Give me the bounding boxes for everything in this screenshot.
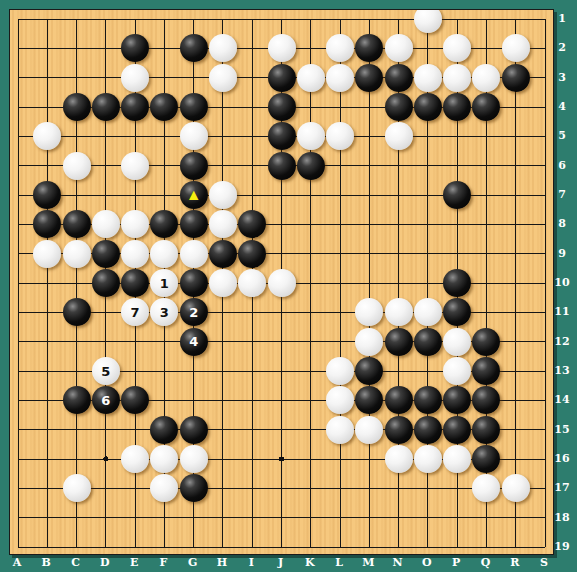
white-stone-P13 — [443, 357, 471, 385]
black-stone-C8 — [63, 210, 91, 238]
white-stone-N11 — [385, 298, 413, 326]
white-stone-M12 — [355, 328, 383, 356]
move-number-1: 1 — [150, 269, 178, 297]
white-stone-K3 — [297, 64, 325, 92]
row-label-7: 7 — [551, 188, 573, 200]
column-label-E: E — [124, 556, 144, 569]
white-stone-E16 — [121, 445, 149, 473]
column-label-K: K — [300, 556, 320, 569]
white-stone-O16 — [414, 445, 442, 473]
black-stone-C11 — [63, 298, 91, 326]
column-label-N: N — [388, 556, 408, 569]
white-stone-E11: 7 — [121, 298, 149, 326]
black-stone-G2 — [180, 34, 208, 62]
column-label-O: O — [417, 556, 437, 569]
black-stone-G11: 2 — [180, 298, 208, 326]
white-stone-F9 — [150, 240, 178, 268]
black-stone-I9 — [238, 240, 266, 268]
white-stone-E9 — [121, 240, 149, 268]
row-label-14: 14 — [551, 393, 573, 405]
black-stone-N4 — [385, 93, 413, 121]
white-stone-P12 — [443, 328, 471, 356]
column-label-A: A — [7, 556, 27, 569]
black-stone-P10 — [443, 269, 471, 297]
move-number-5: 5 — [92, 357, 120, 385]
row-label-13: 13 — [551, 364, 573, 376]
white-stone-K5 — [297, 122, 325, 150]
black-stone-G4 — [180, 93, 208, 121]
white-stone-H10 — [209, 269, 237, 297]
black-stone-E10 — [121, 269, 149, 297]
white-stone-D13: 5 — [92, 357, 120, 385]
column-label-L: L — [329, 556, 349, 569]
row-label-6: 6 — [551, 159, 573, 171]
white-stone-G9 — [180, 240, 208, 268]
row-label-11: 11 — [551, 305, 573, 317]
row-label-2: 2 — [551, 41, 573, 53]
column-label-D: D — [95, 556, 115, 569]
column-label-G: G — [183, 556, 203, 569]
move-number-3: 3 — [150, 298, 178, 326]
column-label-P: P — [446, 556, 466, 569]
black-stone-N15 — [385, 416, 413, 444]
white-stone-E3 — [121, 64, 149, 92]
row-label-4: 4 — [551, 100, 573, 112]
row-label-18: 18 — [551, 511, 573, 523]
row-label-10: 10 — [551, 276, 573, 288]
black-stone-G8 — [180, 210, 208, 238]
black-stone-D4 — [92, 93, 120, 121]
black-stone-G7: ▲ — [180, 181, 208, 209]
white-stone-L13 — [326, 357, 354, 385]
black-stone-J4 — [268, 93, 296, 121]
white-stone-F10: 1 — [150, 269, 178, 297]
black-stone-J6 — [268, 152, 296, 180]
move-number-4: 4 — [180, 328, 208, 356]
black-stone-D9 — [92, 240, 120, 268]
row-label-12: 12 — [551, 335, 573, 347]
white-stone-J2 — [268, 34, 296, 62]
row-label-16: 16 — [551, 452, 573, 464]
column-label-I: I — [241, 556, 261, 569]
white-stone-M15 — [355, 416, 383, 444]
white-stone-C9 — [63, 240, 91, 268]
black-stone-P7 — [443, 181, 471, 209]
white-stone-C6 — [63, 152, 91, 180]
white-stone-C17 — [63, 474, 91, 502]
white-stone-P3 — [443, 64, 471, 92]
white-stone-N2 — [385, 34, 413, 62]
black-stone-D10 — [92, 269, 120, 297]
star-point-D16 — [103, 456, 108, 461]
black-stone-G10 — [180, 269, 208, 297]
white-stone-O3 — [414, 64, 442, 92]
column-label-J: J — [271, 556, 291, 569]
white-stone-N5 — [385, 122, 413, 150]
black-stone-G12: 4 — [180, 328, 208, 356]
black-stone-G15 — [180, 416, 208, 444]
go-board[interactable]: ▲1732456 — [9, 9, 554, 555]
black-stone-R3 — [502, 64, 530, 92]
black-stone-P4 — [443, 93, 471, 121]
black-stone-P15 — [443, 416, 471, 444]
move-number-6: 6 — [92, 386, 120, 414]
white-stone-P16 — [443, 445, 471, 473]
white-stone-J10 — [268, 269, 296, 297]
column-label-R: R — [505, 556, 525, 569]
row-label-19: 19 — [551, 540, 573, 552]
row-label-9: 9 — [551, 247, 573, 259]
white-stone-B9 — [33, 240, 61, 268]
black-stone-N14 — [385, 386, 413, 414]
black-stone-E4 — [121, 93, 149, 121]
column-label-Q: Q — [475, 556, 495, 569]
white-stone-R2 — [502, 34, 530, 62]
black-stone-Q15 — [472, 416, 500, 444]
column-label-M: M — [358, 556, 378, 569]
black-stone-K6 — [297, 152, 325, 180]
black-stone-O4 — [414, 93, 442, 121]
row-label-1: 1 — [551, 12, 573, 24]
black-stone-J3 — [268, 64, 296, 92]
white-stone-Q3 — [472, 64, 500, 92]
row-label-15: 15 — [551, 423, 573, 435]
black-stone-M3 — [355, 64, 383, 92]
column-label-B: B — [36, 556, 56, 569]
black-stone-N12 — [385, 328, 413, 356]
black-stone-N3 — [385, 64, 413, 92]
white-stone-N16 — [385, 445, 413, 473]
black-stone-C4 — [63, 93, 91, 121]
triangle-marker: ▲ — [180, 181, 208, 209]
white-stone-R17 — [502, 474, 530, 502]
go-diagram-screen: ▲1732456 ABCDEFGHIJKLMNOPQRS 12345678910… — [0, 0, 577, 572]
black-stone-G6 — [180, 152, 208, 180]
white-stone-E6 — [121, 152, 149, 180]
move-number-2: 2 — [180, 298, 208, 326]
move-number-7: 7 — [121, 298, 149, 326]
row-label-3: 3 — [551, 71, 573, 83]
white-stone-L3 — [326, 64, 354, 92]
row-label-8: 8 — [551, 217, 573, 229]
row-label-17: 17 — [551, 481, 573, 493]
column-label-S: S — [534, 556, 554, 569]
black-stone-O12 — [414, 328, 442, 356]
white-stone-D8 — [92, 210, 120, 238]
white-stone-L15 — [326, 416, 354, 444]
black-stone-C14 — [63, 386, 91, 414]
black-stone-H9 — [209, 240, 237, 268]
black-stone-Q12 — [472, 328, 500, 356]
black-stone-J5 — [268, 122, 296, 150]
black-stone-O15 — [414, 416, 442, 444]
row-label-5: 5 — [551, 129, 573, 141]
black-stone-F15 — [150, 416, 178, 444]
star-point-J16 — [279, 456, 284, 461]
white-stone-G5 — [180, 122, 208, 150]
column-label-C: C — [66, 556, 86, 569]
white-stone-F11: 3 — [150, 298, 178, 326]
black-stone-G17 — [180, 474, 208, 502]
column-label-F: F — [153, 556, 173, 569]
white-stone-H7 — [209, 181, 237, 209]
column-label-H: H — [212, 556, 232, 569]
white-stone-H3 — [209, 64, 237, 92]
white-stone-G16 — [180, 445, 208, 473]
black-stone-D14: 6 — [92, 386, 120, 414]
